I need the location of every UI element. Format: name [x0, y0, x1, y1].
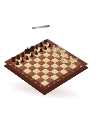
product-photo: ♜♟♝♛♚♝♞♜♞♟♟♟♟♟♟♟♝♟♛♟♚♟♝♟♞♟♜♟ ABCDEFGH 87…: [0, 0, 95, 126]
metal-clasp-icon: [32, 25, 50, 30]
